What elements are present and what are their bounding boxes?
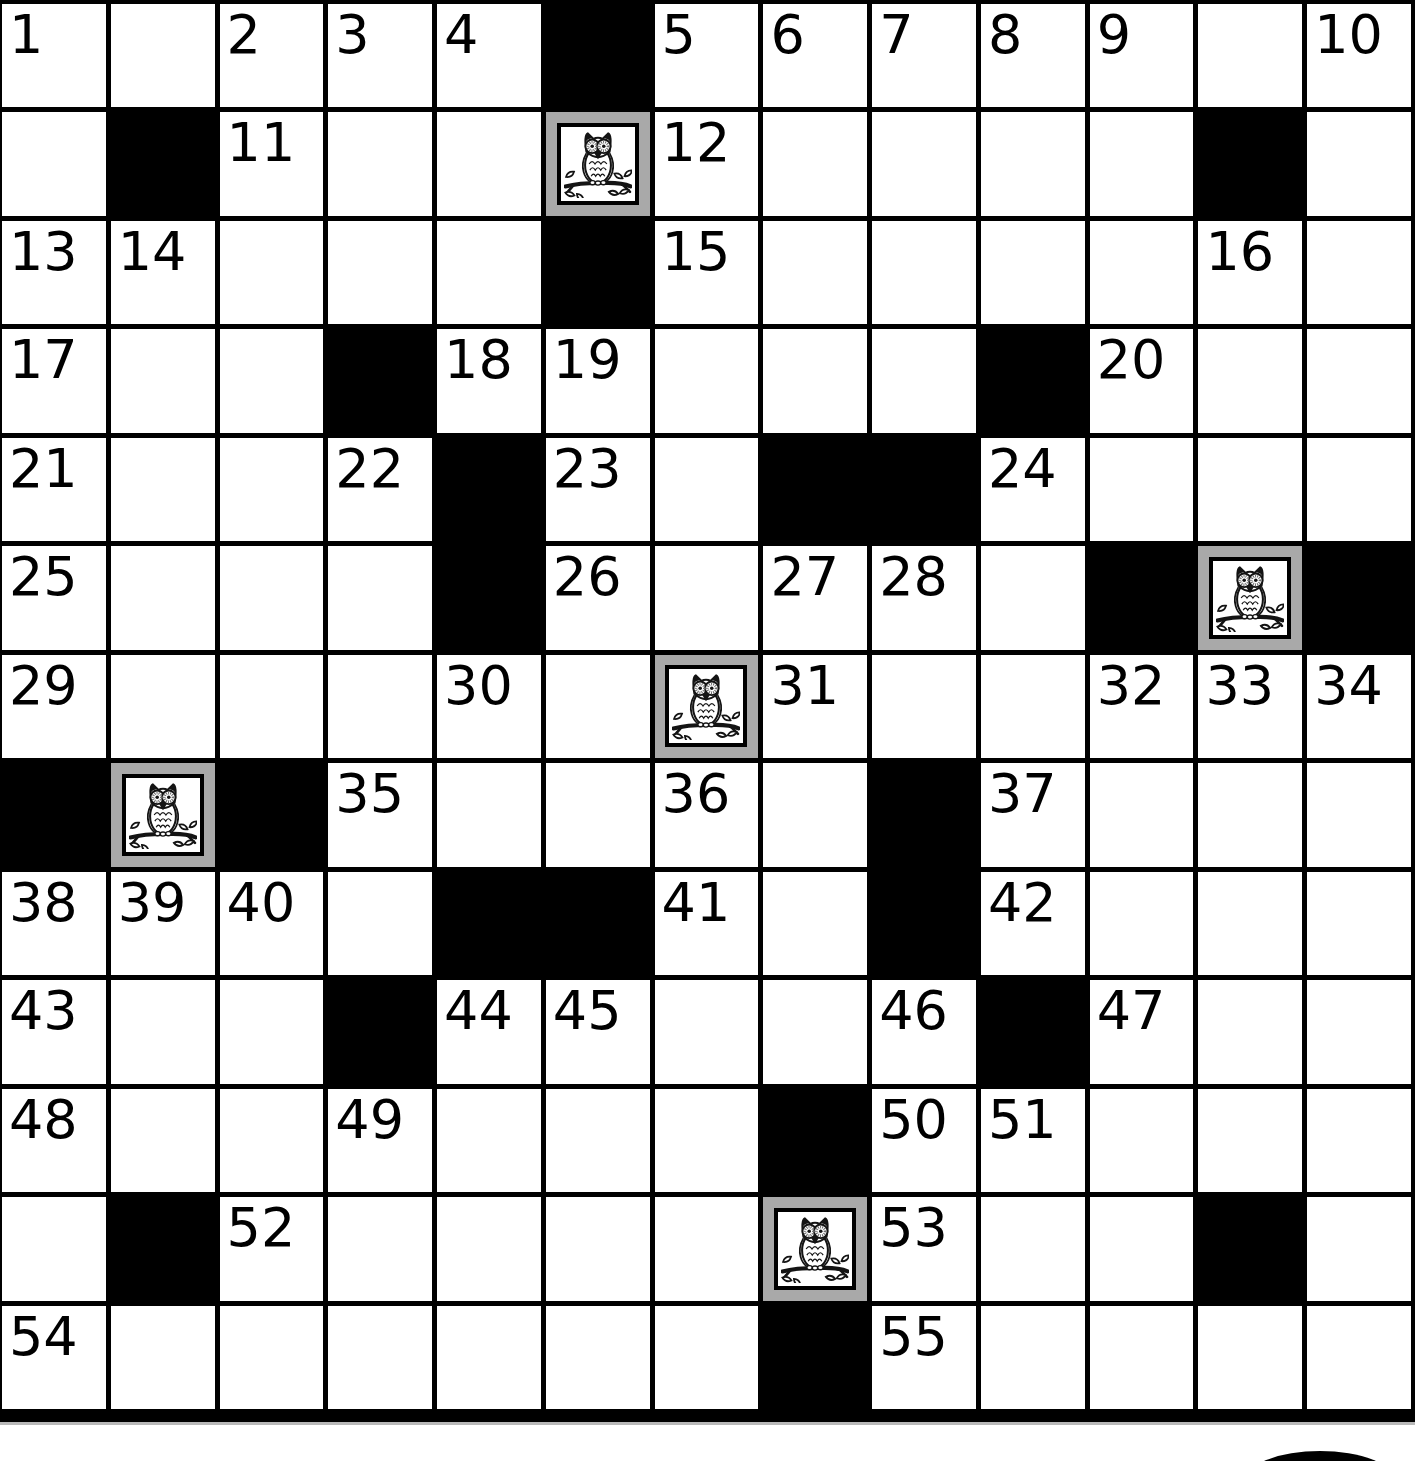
cell-r4c11[interactable]: 20 (1090, 329, 1194, 432)
clue-number: 43 (9, 981, 78, 1040)
clue-number: 46 (879, 981, 948, 1040)
block-cell-r2c12 (1198, 112, 1302, 215)
cell-r1c13[interactable]: 10 (1307, 4, 1411, 107)
cell-r12c7[interactable] (655, 1197, 759, 1300)
cell-r4c9[interactable] (872, 329, 976, 432)
block-cell-r9c5 (437, 872, 541, 975)
clue-number: 16 (1205, 222, 1274, 281)
cell-r6c7[interactable] (655, 546, 759, 649)
cell-r1c5[interactable]: 4 (437, 4, 541, 107)
cell-r7c9[interactable] (872, 655, 976, 758)
cell-r3c9[interactable] (872, 221, 976, 324)
clue-number: 10 (1314, 5, 1383, 64)
cell-r3c2[interactable]: 14 (111, 221, 215, 324)
cell-r9c12[interactable] (1198, 872, 1302, 975)
cell-r11c9[interactable]: 50 (872, 1089, 976, 1192)
owl-cell-r8c2 (111, 763, 215, 866)
cell-r2c7[interactable]: 12 (655, 112, 759, 215)
cell-r6c9[interactable]: 28 (872, 546, 976, 649)
block-cell-r5c8 (763, 438, 867, 541)
cell-r7c6[interactable] (546, 655, 650, 758)
cell-r11c3[interactable] (220, 1089, 324, 1192)
clue-number: 11 (227, 113, 296, 172)
cell-r2c1[interactable] (2, 112, 106, 215)
cell-r13c10[interactable] (981, 1306, 1085, 1409)
clue-number: 49 (335, 1090, 404, 1149)
cell-r12c13[interactable] (1307, 1197, 1411, 1300)
cell-r6c4[interactable] (328, 546, 432, 649)
block-cell-r6c5 (437, 546, 541, 649)
clue-number: 22 (335, 439, 404, 498)
cell-r5c10[interactable]: 24 (981, 438, 1085, 541)
owl-on-branch-icon (1216, 564, 1284, 632)
cell-r5c6[interactable]: 23 (546, 438, 650, 541)
cell-r7c4[interactable] (328, 655, 432, 758)
cell-r11c10[interactable]: 51 (981, 1089, 1085, 1192)
cell-r8c7[interactable]: 36 (655, 763, 759, 866)
cell-r7c3[interactable] (220, 655, 324, 758)
cell-r13c9[interactable]: 55 (872, 1306, 976, 1409)
clue-number: 52 (227, 1198, 296, 1257)
block-cell-r12c2 (111, 1197, 215, 1300)
cell-r11c1[interactable]: 48 (2, 1089, 106, 1192)
cell-r10c3[interactable] (220, 980, 324, 1083)
cell-r2c5[interactable] (437, 112, 541, 215)
cell-r3c4[interactable] (328, 221, 432, 324)
clue-number: 3 (335, 5, 369, 64)
block-cell-r8c9 (872, 763, 976, 866)
clue-number: 25 (9, 547, 78, 606)
owl-frame (1209, 557, 1291, 639)
cell-r9c8[interactable] (763, 872, 867, 975)
cell-r13c12[interactable] (1198, 1306, 1302, 1409)
clue-number: 50 (879, 1090, 948, 1149)
cell-r5c11[interactable] (1090, 438, 1194, 541)
owl-frame (122, 774, 204, 856)
cell-r13c13[interactable] (1307, 1306, 1411, 1409)
cell-r1c4[interactable]: 3 (328, 4, 432, 107)
clue-number: 44 (444, 981, 513, 1040)
owl-on-branch-icon (129, 781, 197, 849)
clue-number: 36 (662, 764, 731, 823)
cell-r8c6[interactable] (546, 763, 650, 866)
cell-r4c8[interactable] (763, 329, 867, 432)
cell-r5c4[interactable]: 22 (328, 438, 432, 541)
clue-number: 1 (9, 5, 43, 64)
cell-r5c3[interactable] (220, 438, 324, 541)
cell-r3c1[interactable]: 13 (2, 221, 106, 324)
cell-r2c10[interactable] (981, 112, 1085, 215)
cell-r1c10[interactable]: 8 (981, 4, 1085, 107)
clue-number: 20 (1097, 330, 1166, 389)
clue-number: 54 (9, 1307, 78, 1366)
block-cell-r13c8 (763, 1306, 867, 1409)
block-cell-r6c13 (1307, 546, 1411, 649)
cell-r3c8[interactable] (763, 221, 867, 324)
cell-r1c7[interactable]: 5 (655, 4, 759, 107)
clue-number: 42 (988, 873, 1057, 932)
cell-r6c2[interactable] (111, 546, 215, 649)
cell-r13c2[interactable] (111, 1306, 215, 1409)
cell-r12c4[interactable] (328, 1197, 432, 1300)
cell-r4c12[interactable] (1198, 329, 1302, 432)
cell-r13c5[interactable] (437, 1306, 541, 1409)
cell-r1c1[interactable]: 1 (2, 4, 106, 107)
cell-r6c1[interactable]: 25 (2, 546, 106, 649)
cell-r7c2[interactable] (111, 655, 215, 758)
cell-r12c11[interactable] (1090, 1197, 1194, 1300)
cell-r8c8[interactable] (763, 763, 867, 866)
crossword-page: 1234567891011121314151617181920212223242… (0, 0, 1415, 1461)
cell-r3c3[interactable] (220, 221, 324, 324)
cell-r1c3[interactable]: 2 (220, 4, 324, 107)
cell-r9c2[interactable]: 39 (111, 872, 215, 975)
owl-on-branch-icon (564, 130, 632, 198)
clue-number: 40 (227, 873, 296, 932)
cell-r11c5[interactable] (437, 1089, 541, 1192)
cell-r10c5[interactable]: 44 (437, 980, 541, 1083)
cell-r12c9[interactable]: 53 (872, 1197, 976, 1300)
cell-r10c7[interactable] (655, 980, 759, 1083)
cell-r13c3[interactable] (220, 1306, 324, 1409)
clue-number: 51 (988, 1090, 1057, 1149)
cell-r5c1[interactable]: 21 (2, 438, 106, 541)
cell-r7c13[interactable]: 34 (1307, 655, 1411, 758)
cell-r2c13[interactable] (1307, 112, 1411, 215)
cell-r9c11[interactable] (1090, 872, 1194, 975)
clue-number: 32 (1097, 656, 1166, 715)
cell-r4c6[interactable]: 19 (546, 329, 650, 432)
clue-number: 17 (9, 330, 78, 389)
cell-r11c2[interactable] (111, 1089, 215, 1192)
owl-cell-r12c8 (763, 1197, 867, 1300)
cell-r9c10[interactable]: 42 (981, 872, 1085, 975)
clue-number: 4 (444, 5, 478, 64)
clue-number: 30 (444, 656, 513, 715)
cell-r6c6[interactable]: 26 (546, 546, 650, 649)
block-cell-r12c12 (1198, 1197, 1302, 1300)
clue-number: 5 (662, 5, 696, 64)
cell-r4c1[interactable]: 17 (2, 329, 106, 432)
cell-r1c9[interactable]: 7 (872, 4, 976, 107)
block-cell-r6c11 (1090, 546, 1194, 649)
clue-number: 53 (879, 1198, 948, 1257)
owl-frame (774, 1208, 856, 1290)
cell-r12c5[interactable] (437, 1197, 541, 1300)
cell-r3c7[interactable]: 15 (655, 221, 759, 324)
clue-number: 13 (9, 222, 78, 281)
block-cell-r8c3 (220, 763, 324, 866)
cell-r5c12[interactable] (1198, 438, 1302, 541)
cell-r11c12[interactable] (1198, 1089, 1302, 1192)
cell-r2c8[interactable] (763, 112, 867, 215)
cell-r6c8[interactable]: 27 (763, 546, 867, 649)
cell-r8c5[interactable] (437, 763, 541, 866)
cell-r8c12[interactable] (1198, 763, 1302, 866)
cell-r12c6[interactable] (546, 1197, 650, 1300)
cell-r10c1[interactable]: 43 (2, 980, 106, 1083)
cell-r3c5[interactable] (437, 221, 541, 324)
cell-r5c7[interactable] (655, 438, 759, 541)
cell-r5c13[interactable] (1307, 438, 1411, 541)
cell-r1c12[interactable] (1198, 4, 1302, 107)
clue-number: 38 (9, 873, 78, 932)
cell-r13c6[interactable] (546, 1306, 650, 1409)
block-cell-r11c8 (763, 1089, 867, 1192)
block-cell-r3c6 (546, 221, 650, 324)
cell-r9c3[interactable]: 40 (220, 872, 324, 975)
cell-r11c4[interactable]: 49 (328, 1089, 432, 1192)
clue-number: 19 (553, 330, 622, 389)
clue-number: 12 (662, 113, 731, 172)
clue-number: 39 (118, 873, 187, 932)
clue-number: 41 (662, 873, 731, 932)
cell-r7c12[interactable]: 33 (1198, 655, 1302, 758)
clue-number: 55 (879, 1307, 948, 1366)
clue-number: 29 (9, 656, 78, 715)
cell-r12c1[interactable] (2, 1197, 106, 1300)
owl-on-branch-icon (781, 1215, 849, 1283)
clue-number: 47 (1097, 981, 1166, 1040)
block-cell-r10c4 (328, 980, 432, 1083)
block-cell-r2c2 (111, 112, 215, 215)
clue-number: 34 (1314, 656, 1383, 715)
cell-r7c8[interactable]: 31 (763, 655, 867, 758)
block-cell-r9c9 (872, 872, 976, 975)
cell-r1c8[interactable]: 6 (763, 4, 867, 107)
clue-number: 27 (770, 547, 839, 606)
cell-r10c6[interactable]: 45 (546, 980, 650, 1083)
clue-number: 9 (1097, 5, 1131, 64)
clue-number: 35 (335, 764, 404, 823)
cell-r13c4[interactable] (328, 1306, 432, 1409)
cell-r9c4[interactable] (328, 872, 432, 975)
clue-number: 23 (553, 439, 622, 498)
clue-number: 18 (444, 330, 513, 389)
cell-r3c12[interactable]: 16 (1198, 221, 1302, 324)
cell-r4c7[interactable] (655, 329, 759, 432)
block-cell-r1c6 (546, 4, 650, 107)
cell-r4c13[interactable] (1307, 329, 1411, 432)
cell-r5c2[interactable] (111, 438, 215, 541)
cell-r3c13[interactable] (1307, 221, 1411, 324)
cell-r10c11[interactable]: 47 (1090, 980, 1194, 1083)
cell-r12c10[interactable] (981, 1197, 1085, 1300)
block-cell-r4c10 (981, 329, 1085, 432)
cell-r3c11[interactable] (1090, 221, 1194, 324)
cell-r1c11[interactable]: 9 (1090, 4, 1194, 107)
cell-r7c1[interactable]: 29 (2, 655, 106, 758)
crossword-grid: 1234567891011121314151617181920212223242… (0, 0, 1415, 1422)
block-cell-r4c4 (328, 329, 432, 432)
cell-r6c10[interactable] (981, 546, 1085, 649)
cell-r2c11[interactable] (1090, 112, 1194, 215)
cell-r10c9[interactable]: 46 (872, 980, 976, 1083)
clue-number: 31 (770, 656, 839, 715)
clue-number: 37 (988, 764, 1057, 823)
owl-cell-r2c6 (546, 112, 650, 215)
clue-number: 28 (879, 547, 948, 606)
cell-r13c11[interactable] (1090, 1306, 1194, 1409)
block-cell-r9c6 (546, 872, 650, 975)
cell-r9c13[interactable] (1307, 872, 1411, 975)
cell-r2c4[interactable] (328, 112, 432, 215)
cell-r10c13[interactable] (1307, 980, 1411, 1083)
owl-frame (557, 123, 639, 205)
cell-r10c2[interactable] (111, 980, 215, 1083)
clue-number: 21 (9, 439, 78, 498)
block-cell-r8c1 (2, 763, 106, 866)
clue-number: 26 (553, 547, 622, 606)
cell-r3c10[interactable] (981, 221, 1085, 324)
cell-r7c10[interactable] (981, 655, 1085, 758)
cell-r11c13[interactable] (1307, 1089, 1411, 1192)
owl-on-branch-icon (672, 672, 740, 740)
cell-r6c3[interactable] (220, 546, 324, 649)
clue-number: 14 (118, 222, 187, 281)
clue-number: 24 (988, 439, 1057, 498)
grid-bottom-underline (0, 1422, 1415, 1425)
cell-r11c6[interactable] (546, 1089, 650, 1192)
cell-r4c2[interactable] (111, 329, 215, 432)
cell-r4c5[interactable]: 18 (437, 329, 541, 432)
block-cell-r5c5 (437, 438, 541, 541)
cell-r11c7[interactable] (655, 1089, 759, 1192)
clue-number: 8 (988, 5, 1022, 64)
clue-number: 45 (553, 981, 622, 1040)
cell-r8c13[interactable] (1307, 763, 1411, 866)
cell-r10c12[interactable] (1198, 980, 1302, 1083)
clue-number: 2 (227, 5, 261, 64)
clue-number: 48 (9, 1090, 78, 1149)
block-cell-r5c9 (872, 438, 976, 541)
cell-r9c7[interactable]: 41 (655, 872, 759, 975)
clue-number: 15 (662, 222, 731, 281)
cell-r11c11[interactable] (1090, 1089, 1194, 1192)
owl-cell-r6c12 (1198, 546, 1302, 649)
clue-number: 33 (1205, 656, 1274, 715)
cell-r13c1[interactable]: 54 (2, 1306, 106, 1409)
cut-off-ellipse-decoration (1245, 1451, 1395, 1461)
cell-r2c3[interactable]: 11 (220, 112, 324, 215)
cell-r2c9[interactable] (872, 112, 976, 215)
cell-r10c8[interactable] (763, 980, 867, 1083)
cell-r7c11[interactable]: 32 (1090, 655, 1194, 758)
cell-r13c7[interactable] (655, 1306, 759, 1409)
cell-r9c1[interactable]: 38 (2, 872, 106, 975)
cell-r7c5[interactable]: 30 (437, 655, 541, 758)
block-cell-r10c10 (981, 980, 1085, 1083)
owl-cell-r7c7 (655, 655, 759, 758)
cell-r1c2[interactable] (111, 4, 215, 107)
clue-number: 7 (879, 5, 913, 64)
clue-number: 6 (770, 5, 804, 64)
cell-r8c10[interactable]: 37 (981, 763, 1085, 866)
cell-r8c4[interactable]: 35 (328, 763, 432, 866)
cell-r12c3[interactable]: 52 (220, 1197, 324, 1300)
cell-r8c11[interactable] (1090, 763, 1194, 866)
owl-frame (665, 665, 747, 747)
cell-r4c3[interactable] (220, 329, 324, 432)
